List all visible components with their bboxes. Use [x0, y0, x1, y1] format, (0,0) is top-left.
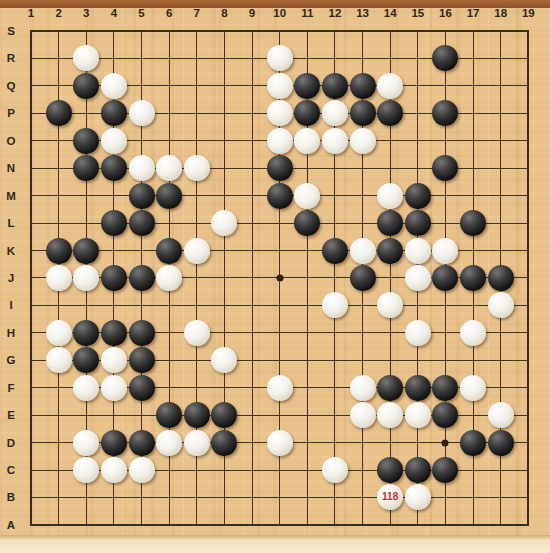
black-stone	[267, 155, 293, 181]
black-stone	[405, 375, 431, 401]
black-stone	[73, 155, 99, 181]
white-stone	[184, 238, 210, 264]
black-stone	[101, 430, 127, 456]
black-stone	[432, 100, 458, 126]
black-stone	[460, 430, 486, 456]
white-stone	[211, 347, 237, 373]
black-stone	[294, 100, 320, 126]
white-stone	[405, 265, 431, 291]
column-label: 14	[384, 7, 397, 19]
white-stone	[267, 375, 293, 401]
row-label: K	[7, 245, 15, 257]
black-stone	[73, 73, 99, 99]
column-label: 15	[411, 7, 424, 19]
white-stone	[101, 128, 127, 154]
black-stone	[101, 320, 127, 346]
black-stone	[211, 402, 237, 428]
white-stone	[267, 100, 293, 126]
black-stone	[101, 100, 127, 126]
black-stone	[46, 238, 72, 264]
row-label: R	[7, 52, 15, 64]
column-label: 8	[221, 7, 227, 19]
white-stone	[46, 347, 72, 373]
white-stone	[129, 100, 155, 126]
go-board[interactable]: 12345678910111213141516171819SRQPONMLKJI…	[0, 0, 550, 540]
black-stone	[377, 375, 403, 401]
black-stone	[377, 238, 403, 264]
black-stone	[211, 430, 237, 456]
white-stone	[488, 402, 514, 428]
white-stone	[294, 183, 320, 209]
black-stone	[129, 265, 155, 291]
black-stone	[73, 128, 99, 154]
column-label: 13	[356, 7, 369, 19]
column-label: 4	[111, 7, 117, 19]
white-stone	[322, 128, 348, 154]
black-stone	[267, 183, 293, 209]
black-stone	[405, 210, 431, 236]
column-label: 6	[166, 7, 172, 19]
black-stone	[184, 402, 210, 428]
black-stone	[350, 100, 376, 126]
black-stone	[377, 210, 403, 236]
black-stone	[46, 100, 72, 126]
row-label: L	[7, 217, 14, 229]
white-stone	[156, 430, 182, 456]
row-label: Q	[7, 80, 16, 92]
black-stone	[488, 265, 514, 291]
black-stone	[294, 210, 320, 236]
white-stone	[322, 457, 348, 483]
black-stone	[129, 347, 155, 373]
white-stone	[350, 128, 376, 154]
row-label: C	[7, 464, 15, 476]
black-stone	[377, 457, 403, 483]
black-stone	[350, 73, 376, 99]
black-stone	[73, 347, 99, 373]
white-stone	[460, 375, 486, 401]
column-label: 17	[467, 7, 480, 19]
row-label: H	[7, 327, 15, 339]
white-stone	[156, 265, 182, 291]
black-stone	[460, 265, 486, 291]
column-label: 18	[494, 7, 507, 19]
row-label: F	[7, 382, 14, 394]
board-bottom-edge	[0, 535, 550, 553]
column-label: 2	[55, 7, 61, 19]
black-stone	[129, 210, 155, 236]
black-stone	[432, 265, 458, 291]
row-label: S	[7, 25, 15, 37]
white-stone	[350, 375, 376, 401]
column-label: 16	[439, 7, 452, 19]
black-stone	[460, 210, 486, 236]
white-stone	[73, 430, 99, 456]
black-stone	[101, 210, 127, 236]
star-point	[276, 274, 283, 281]
row-label: A	[7, 519, 15, 531]
row-label: G	[7, 354, 16, 366]
white-stone	[101, 457, 127, 483]
white-stone	[405, 484, 431, 510]
black-stone	[405, 457, 431, 483]
white-stone	[267, 45, 293, 71]
black-stone	[432, 45, 458, 71]
black-stone	[432, 155, 458, 181]
column-label: 5	[138, 7, 144, 19]
white-stone	[129, 155, 155, 181]
row-label: J	[8, 272, 14, 284]
white-stone	[377, 292, 403, 318]
white-stone	[377, 402, 403, 428]
black-stone	[322, 73, 348, 99]
black-stone	[350, 265, 376, 291]
white-stone	[211, 210, 237, 236]
white-stone	[377, 73, 403, 99]
white-stone	[46, 265, 72, 291]
column-label: 1	[28, 7, 34, 19]
row-label: O	[7, 135, 16, 147]
white-stone	[267, 128, 293, 154]
black-stone	[129, 430, 155, 456]
white-stone	[488, 292, 514, 318]
column-label: 9	[249, 7, 255, 19]
white-stone	[322, 100, 348, 126]
white-stone	[101, 375, 127, 401]
black-stone	[129, 183, 155, 209]
white-stone	[73, 457, 99, 483]
white-stone	[184, 155, 210, 181]
black-stone	[294, 73, 320, 99]
column-label: 19	[522, 7, 535, 19]
row-label: I	[9, 299, 12, 311]
black-stone	[156, 402, 182, 428]
white-stone: 118	[377, 484, 403, 510]
white-stone	[322, 292, 348, 318]
white-stone	[184, 430, 210, 456]
row-label: B	[7, 491, 15, 503]
white-stone	[184, 320, 210, 346]
white-stone	[267, 430, 293, 456]
white-stone	[267, 73, 293, 99]
move-number-label: 118	[382, 492, 398, 502]
star-point	[442, 439, 449, 446]
row-label: D	[7, 437, 15, 449]
black-stone	[156, 238, 182, 264]
white-stone	[73, 265, 99, 291]
white-stone	[460, 320, 486, 346]
black-stone	[405, 183, 431, 209]
column-label: 7	[194, 7, 200, 19]
white-stone	[101, 73, 127, 99]
black-stone	[129, 320, 155, 346]
white-stone	[350, 238, 376, 264]
black-stone	[488, 430, 514, 456]
black-stone	[377, 100, 403, 126]
white-stone	[294, 128, 320, 154]
white-stone	[432, 238, 458, 264]
black-stone	[432, 457, 458, 483]
white-stone	[156, 155, 182, 181]
black-stone	[432, 402, 458, 428]
white-stone	[73, 375, 99, 401]
black-stone	[432, 375, 458, 401]
black-stone	[156, 183, 182, 209]
row-label: N	[7, 162, 15, 174]
black-stone	[73, 320, 99, 346]
grid-line-vertical	[252, 31, 253, 525]
black-stone	[322, 238, 348, 264]
white-stone	[129, 457, 155, 483]
white-stone	[101, 347, 127, 373]
white-stone	[405, 402, 431, 428]
white-stone	[405, 320, 431, 346]
column-label: 11	[301, 7, 313, 19]
white-stone	[350, 402, 376, 428]
white-stone	[73, 45, 99, 71]
white-stone	[405, 238, 431, 264]
white-stone	[377, 183, 403, 209]
column-label: 3	[83, 7, 89, 19]
row-label: P	[7, 107, 15, 119]
black-stone	[129, 375, 155, 401]
column-label: 12	[329, 7, 342, 19]
black-stone	[73, 238, 99, 264]
row-label: M	[6, 190, 16, 202]
black-stone	[101, 155, 127, 181]
row-label: E	[7, 409, 15, 421]
column-label: 10	[273, 7, 286, 19]
white-stone	[46, 320, 72, 346]
black-stone	[101, 265, 127, 291]
